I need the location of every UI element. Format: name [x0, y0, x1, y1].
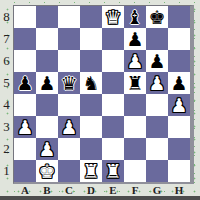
chess-board[interactable]: ♛♝♚♟♟♟♟♟♛♞♜♟♟♟♟♟♟♚♜♜ — [13, 5, 194, 184]
square-a8[interactable] — [14, 6, 36, 28]
square-e4[interactable] — [102, 94, 124, 116]
square-g5[interactable]: ♟ — [146, 72, 168, 94]
square-c1[interactable] — [58, 160, 80, 182]
square-a2[interactable] — [14, 138, 36, 160]
square-g6[interactable]: ♟ — [146, 50, 168, 72]
file-label-a: A — [14, 184, 36, 196]
piece-black-knight[interactable]: ♞ — [82, 72, 99, 94]
square-h4[interactable]: ♟ — [168, 94, 190, 116]
square-a5[interactable]: ♟ — [14, 72, 36, 94]
piece-black-bishop[interactable]: ♝ — [126, 6, 143, 28]
square-b7[interactable] — [36, 28, 58, 50]
square-b4[interactable] — [36, 94, 58, 116]
square-f7[interactable]: ♟ — [124, 28, 146, 50]
rank-label-3: 3 — [1, 116, 12, 138]
file-label-c: C — [58, 184, 80, 196]
square-d8[interactable] — [80, 6, 102, 28]
square-c6[interactable] — [58, 50, 80, 72]
square-b2[interactable]: ♟ — [36, 138, 58, 160]
file-label-d: D — [80, 184, 102, 196]
piece-white-pawn[interactable]: ♟ — [60, 116, 77, 138]
window-edge-bar — [0, 196, 200, 200]
square-d3[interactable] — [80, 116, 102, 138]
rank-label-7: 7 — [1, 28, 12, 50]
square-h3[interactable] — [168, 116, 190, 138]
square-g4[interactable] — [146, 94, 168, 116]
square-a6[interactable] — [14, 50, 36, 72]
square-g8[interactable]: ♚ — [146, 6, 168, 28]
square-b5[interactable]: ♟ — [36, 72, 58, 94]
square-d1[interactable]: ♜ — [80, 160, 102, 182]
rank-label-6: 6 — [1, 50, 12, 72]
square-f1[interactable] — [124, 160, 146, 182]
square-f2[interactable] — [124, 138, 146, 160]
square-a4[interactable] — [14, 94, 36, 116]
piece-black-pawn[interactable]: ♟ — [38, 72, 55, 94]
piece-white-queen[interactable]: ♛ — [104, 6, 121, 28]
file-label-g: G — [146, 184, 168, 196]
square-d5[interactable]: ♞ — [80, 72, 102, 94]
square-h8[interactable] — [168, 6, 190, 28]
piece-black-pawn[interactable]: ♟ — [148, 50, 165, 72]
square-c4[interactable] — [58, 94, 80, 116]
chessboard-window: 87654321 ♛♝♚♟♟♟♟♟♛♞♜♟♟♟♟♟♟♚♜♜ ABCDEFGH — [0, 0, 200, 200]
square-e1[interactable]: ♜ — [102, 160, 124, 182]
square-f8[interactable]: ♝ — [124, 6, 146, 28]
square-h1[interactable] — [168, 160, 190, 182]
square-b6[interactable] — [36, 50, 58, 72]
square-h2[interactable] — [168, 138, 190, 160]
square-c3[interactable]: ♟ — [58, 116, 80, 138]
piece-black-pawn[interactable]: ♟ — [170, 72, 187, 94]
square-g3[interactable] — [146, 116, 168, 138]
piece-white-rook[interactable]: ♜ — [82, 160, 99, 182]
piece-black-rook[interactable]: ♜ — [126, 72, 143, 94]
square-f3[interactable] — [124, 116, 146, 138]
piece-black-queen[interactable]: ♛ — [60, 72, 77, 94]
rank-label-5: 5 — [1, 72, 12, 94]
square-e3[interactable] — [102, 116, 124, 138]
square-b1[interactable]: ♚ — [36, 160, 58, 182]
file-label-b: B — [36, 184, 58, 196]
square-c5[interactable]: ♛ — [58, 72, 80, 94]
square-d6[interactable] — [80, 50, 102, 72]
square-e5[interactable] — [102, 72, 124, 94]
file-label-h: H — [168, 184, 190, 196]
square-c2[interactable] — [58, 138, 80, 160]
square-a7[interactable] — [14, 28, 36, 50]
square-h5[interactable]: ♟ — [168, 72, 190, 94]
square-d7[interactable] — [80, 28, 102, 50]
rank-label-2: 2 — [1, 138, 12, 160]
piece-white-rook[interactable]: ♜ — [104, 160, 121, 182]
rank-label-1: 1 — [1, 160, 12, 182]
square-h6[interactable] — [168, 50, 190, 72]
square-e7[interactable] — [102, 28, 124, 50]
square-c7[interactable] — [58, 28, 80, 50]
rank-label-8: 8 — [1, 6, 12, 28]
square-f6[interactable]: ♟ — [124, 50, 146, 72]
piece-white-pawn[interactable]: ♟ — [38, 138, 55, 160]
piece-black-pawn[interactable]: ♟ — [126, 28, 143, 50]
square-a1[interactable] — [14, 160, 36, 182]
piece-black-king[interactable]: ♚ — [148, 6, 165, 28]
square-b8[interactable] — [36, 6, 58, 28]
square-e6[interactable] — [102, 50, 124, 72]
square-f5[interactable]: ♜ — [124, 72, 146, 94]
piece-black-pawn[interactable]: ♟ — [16, 72, 33, 94]
square-h7[interactable] — [168, 28, 190, 50]
square-d2[interactable] — [80, 138, 102, 160]
square-a3[interactable]: ♟ — [14, 116, 36, 138]
square-g7[interactable] — [146, 28, 168, 50]
square-d4[interactable] — [80, 94, 102, 116]
square-c8[interactable] — [58, 6, 80, 28]
piece-white-king[interactable]: ♚ — [38, 160, 55, 182]
piece-white-pawn[interactable]: ♟ — [126, 50, 143, 72]
square-b3[interactable] — [36, 116, 58, 138]
square-e8[interactable]: ♛ — [102, 6, 124, 28]
piece-white-pawn[interactable]: ♟ — [148, 72, 165, 94]
file-label-e: E — [102, 184, 124, 196]
rank-label-4: 4 — [1, 94, 12, 116]
square-e2[interactable] — [102, 138, 124, 160]
square-g2[interactable] — [146, 138, 168, 160]
piece-white-pawn[interactable]: ♟ — [170, 94, 187, 116]
square-g1[interactable] — [146, 160, 168, 182]
file-labels: ABCDEFGH — [14, 184, 190, 196]
file-label-f: F — [124, 184, 146, 196]
rank-labels: 87654321 — [1, 6, 12, 182]
piece-white-pawn[interactable]: ♟ — [16, 116, 33, 138]
square-f4[interactable] — [124, 94, 146, 116]
